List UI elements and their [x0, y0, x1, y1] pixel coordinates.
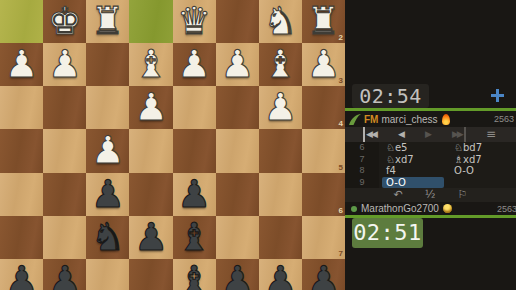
- square-g2[interactable]: ♟: [43, 43, 86, 86]
- player-rating-bottom: 2563: [497, 204, 516, 214]
- rank-label-3: 3: [339, 76, 343, 86]
- player-bottom-row[interactable]: MarathonGo2700 2563: [345, 202, 516, 215]
- patron-wing-icon: [348, 113, 362, 126]
- next-move-button[interactable]: ▶: [425, 127, 432, 142]
- square-e6[interactable]: ♟: [129, 216, 172, 259]
- white-rook-f1: ♜: [86, 0, 129, 43]
- square-b3[interactable]: ♟: [259, 86, 302, 129]
- square-d5[interactable]: ♟: [173, 173, 216, 216]
- square-c1[interactable]: [216, 0, 259, 43]
- square-f1[interactable]: ♜: [86, 0, 129, 43]
- square-c4[interactable]: [216, 129, 259, 172]
- first-move-button[interactable]: ◀◀: [363, 127, 378, 142]
- square-h1[interactable]: [0, 0, 43, 43]
- square-g4[interactable]: [43, 129, 86, 172]
- takeback-button[interactable]: ↶: [394, 188, 403, 202]
- square-e3[interactable]: ♟: [129, 86, 172, 129]
- player-top-row[interactable]: FM marci_chess 2563: [345, 111, 516, 127]
- white-move-9[interactable]: O-O: [382, 177, 444, 189]
- white-pawn-c2: ♟: [216, 43, 259, 86]
- square-f6[interactable]: ♞: [86, 216, 129, 259]
- chess-board[interactable]: ♚♜♛♞♜♟♟♝♟♟♝♟♟♟♟♟♟♞♟♝♟♟♝♟♟♟234567: [0, 0, 345, 290]
- white-move-8[interactable]: f4: [379, 165, 447, 177]
- black-pawn-b7: ♟: [259, 259, 302, 290]
- add-time-icon[interactable]: [491, 89, 504, 102]
- square-b4[interactable]: [259, 129, 302, 172]
- game-screen: ♚♜♛♞♜♟♟♝♟♟♝♟♟♟♟♟♟♞♟♝♟♟♝♟♟♟234567 02:54 F…: [0, 0, 516, 290]
- sidebar: 02:54 FM marci_chess 2563 ◀◀◀▶▶▶≡ 6♘e5♘b…: [345, 0, 516, 290]
- square-f5[interactable]: ♟: [86, 173, 129, 216]
- square-c7[interactable]: ♟: [216, 259, 259, 290]
- move-number: 8: [345, 165, 379, 177]
- square-d7[interactable]: ♝: [173, 259, 216, 290]
- square-d3[interactable]: [173, 86, 216, 129]
- black-move-6[interactable]: ♘bd7: [447, 142, 516, 154]
- square-a7[interactable]: ♟: [302, 259, 345, 290]
- square-h7[interactable]: ♟: [0, 259, 43, 290]
- black-move-7[interactable]: ♗xd7: [447, 154, 516, 166]
- square-d2[interactable]: ♟: [173, 43, 216, 86]
- rank-label-6: 6: [339, 206, 343, 216]
- white-pawn-b3: ♟: [259, 86, 302, 129]
- black-bishop-d6: ♝: [173, 216, 216, 259]
- square-e4[interactable]: [129, 129, 172, 172]
- square-c5[interactable]: [216, 173, 259, 216]
- previous-move-button[interactable]: ◀: [398, 127, 405, 142]
- black-bishop-d7: ♝: [173, 259, 216, 290]
- move-row-9: 9O-O: [345, 177, 516, 189]
- player-name-top[interactable]: marci_chess: [381, 114, 437, 125]
- white-bishop-b2: ♝: [259, 43, 302, 86]
- square-d1[interactable]: ♛: [173, 0, 216, 43]
- player-name-bottom[interactable]: MarathonGo2700: [361, 203, 439, 214]
- move-number: 6: [345, 142, 379, 154]
- game-controls: ↶½⚐: [345, 188, 516, 202]
- square-f2[interactable]: [86, 43, 129, 86]
- black-pawn-d5: ♟: [173, 173, 216, 216]
- square-c6[interactable]: [216, 216, 259, 259]
- white-clock: 02:54: [352, 84, 429, 108]
- rank-label-5: 5: [339, 163, 343, 173]
- white-move-7[interactable]: ♘xd7: [379, 154, 447, 166]
- rank-label-7: 7: [339, 249, 343, 259]
- square-h5[interactable]: [0, 173, 43, 216]
- black-clock: 02:51: [352, 218, 423, 248]
- square-b7[interactable]: ♟: [259, 259, 302, 290]
- square-f4[interactable]: ♟: [86, 129, 129, 172]
- white-move-6[interactable]: ♘e5: [379, 142, 447, 154]
- white-pawn-d2: ♟: [173, 43, 216, 86]
- rank-label-4: 4: [339, 119, 343, 129]
- black-pawn-g7: ♟: [43, 259, 86, 290]
- move-row-8: 8f4O-O: [345, 165, 516, 177]
- move-row-6: 6♘e5♘bd7: [345, 142, 516, 154]
- square-e1[interactable]: [129, 0, 172, 43]
- white-knight-b1: ♞: [259, 0, 302, 43]
- white-pawn-f4: ♟: [86, 129, 129, 172]
- square-c2[interactable]: ♟: [216, 43, 259, 86]
- move-row-7: 7♘xd7♗xd7: [345, 154, 516, 166]
- square-e2[interactable]: ♝: [129, 43, 172, 86]
- square-f7[interactable]: [86, 259, 129, 290]
- menu-move-button[interactable]: ≡: [486, 127, 498, 142]
- move-number: 7: [345, 154, 379, 166]
- online-dot-icon: [351, 206, 357, 212]
- square-g6[interactable]: [43, 216, 86, 259]
- white-pawn-g2: ♟: [43, 43, 86, 86]
- square-g5[interactable]: [43, 173, 86, 216]
- smiley-flair-icon: [443, 204, 452, 213]
- move-list: 6♘e5♘bd77♘xd7♗xd78f4O-O9O-O: [345, 142, 516, 188]
- square-f3[interactable]: [86, 86, 129, 129]
- square-h3[interactable]: [0, 86, 43, 129]
- square-d6[interactable]: ♝: [173, 216, 216, 259]
- white-king-g1: ♚: [43, 0, 86, 43]
- fire-flair-icon: [442, 114, 450, 125]
- black-pawn-a7: ♟: [302, 259, 345, 290]
- move-number: 9: [345, 177, 379, 189]
- black-move-8[interactable]: O-O: [447, 165, 516, 177]
- black-pawn-e6: ♟: [129, 216, 172, 259]
- player-title: FM: [364, 114, 378, 125]
- rank-label-2: 2: [339, 33, 343, 43]
- black-pawn-c7: ♟: [216, 259, 259, 290]
- white-queen-d1: ♛: [173, 0, 216, 43]
- square-h4[interactable]: [0, 129, 43, 172]
- player-rating-top: 2563: [494, 114, 514, 124]
- last-move-button[interactable]: ▶▶: [452, 127, 466, 142]
- square-c3[interactable]: [216, 86, 259, 129]
- move-nav-bar: ◀◀◀▶▶▶≡: [345, 127, 516, 142]
- white-bishop-e2: ♝: [129, 43, 172, 86]
- white-pawn-e3: ♟: [129, 86, 172, 129]
- square-e7[interactable]: [129, 259, 172, 290]
- square-d4[interactable]: [173, 129, 216, 172]
- square-b6[interactable]: [259, 216, 302, 259]
- resign-button[interactable]: ⚐: [458, 188, 468, 202]
- square-g3[interactable]: [43, 86, 86, 129]
- black-pawn-f5: ♟: [86, 173, 129, 216]
- black-knight-f6: ♞: [86, 216, 129, 259]
- square-b5[interactable]: [259, 173, 302, 216]
- square-e5[interactable]: [129, 173, 172, 216]
- black-pawn-h7: ♟: [0, 259, 43, 290]
- square-g1[interactable]: ♚: [43, 0, 86, 43]
- square-b1[interactable]: ♞: [259, 0, 302, 43]
- white-pawn-h2: ♟: [0, 43, 43, 86]
- square-g7[interactable]: ♟: [43, 259, 86, 290]
- square-b2[interactable]: ♝: [259, 43, 302, 86]
- square-h6[interactable]: [0, 216, 43, 259]
- square-h2[interactable]: ♟: [0, 43, 43, 86]
- offer-draw-button[interactable]: ½: [425, 188, 436, 202]
